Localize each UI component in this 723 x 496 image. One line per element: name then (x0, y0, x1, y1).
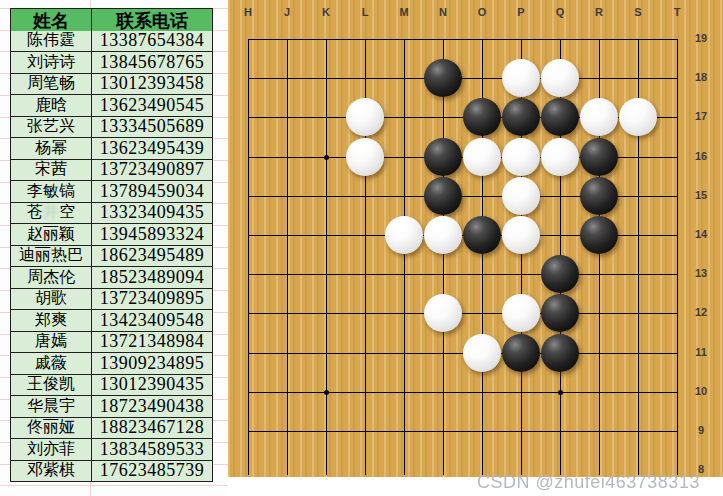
table-cell-name[interactable]: 宋茜 (11, 160, 91, 181)
row-label-12: 12 (689, 306, 713, 318)
table-cell-phone[interactable]: 18823467128 (92, 418, 212, 439)
star-point-K16 (324, 155, 329, 160)
table-cell-phone[interactable]: 13012390435 (92, 375, 212, 396)
table-cell-phone[interactable]: 13723490897 (92, 160, 212, 181)
table-cell-phone[interactable]: 18623495489 (92, 246, 212, 267)
table-cell-phone[interactable]: 13387654384 (92, 31, 212, 52)
censored-character: 井 (43, 203, 59, 224)
table-cell-phone[interactable]: 13334505689 (92, 117, 212, 138)
table-cell-name[interactable]: 周杰伦 (11, 267, 91, 288)
white-stone-N14 (424, 216, 462, 254)
board-grid-line (248, 39, 249, 475)
board-grid-line (443, 39, 444, 475)
table-cell-name[interactable]: 郑爽 (11, 310, 91, 331)
black-stone-R14 (580, 216, 618, 254)
column-label-K: K (315, 6, 337, 18)
board-grid-line (248, 274, 678, 275)
white-stone-R17 (580, 98, 618, 136)
table-cell-name[interactable]: 华晨宇 (11, 396, 91, 417)
table-cell-phone[interactable]: 13423409548 (92, 310, 212, 331)
row-label-11: 11 (689, 346, 713, 358)
sheet-gridline (0, 485, 228, 486)
table-cell-phone[interactable]: 13323409435 (92, 203, 212, 224)
table-cell-name[interactable]: 邓紫棋 (11, 461, 91, 482)
table-cell-name[interactable]: 杨幂 (11, 138, 91, 159)
table-cell-name[interactable]: 佟丽娅 (11, 418, 91, 439)
table-cell-phone[interactable]: 13723409895 (92, 289, 212, 310)
board-grid-line (248, 313, 678, 314)
table-cell-phone[interactable]: 13945893324 (92, 224, 212, 245)
board-grid-line (248, 392, 678, 393)
black-stone-N15 (424, 177, 462, 215)
black-stone-R16 (580, 138, 618, 176)
black-stone-P17 (502, 98, 540, 136)
table-cell-phone[interactable]: 13623495439 (92, 138, 212, 159)
black-stone-R15 (580, 177, 618, 215)
black-stone-O14 (463, 216, 501, 254)
contact-table: 姓名联系电话陈伟霆13387654384刘诗诗13845678765周笔畅130… (10, 8, 213, 482)
row-label-9: 9 (689, 424, 713, 436)
table-cell-phone[interactable]: 13012393458 (92, 74, 212, 95)
column-label-T: T (666, 6, 688, 18)
board-grid-line (326, 39, 327, 475)
table-cell-name[interactable]: 李敏镐 (11, 181, 91, 202)
white-stone-M14 (385, 216, 423, 254)
table-cell-name[interactable]: 张艺兴 (11, 117, 91, 138)
table-cell-name[interactable]: 苍井空 (11, 203, 91, 224)
header-cell-name[interactable]: 姓名 (11, 9, 91, 33)
table-cell-phone[interactable]: 13845678765 (92, 52, 212, 73)
table-cell-name[interactable]: 赵丽颖 (11, 224, 91, 245)
table-cell-name[interactable]: 王俊凯 (11, 375, 91, 396)
board-grid-line (287, 39, 288, 475)
table-cell-name[interactable]: 刘亦菲 (11, 439, 91, 460)
table-cell-name[interactable]: 胡歌 (11, 289, 91, 310)
white-stone-N12 (424, 294, 462, 332)
column-label-M: M (393, 6, 415, 18)
column-label-J: J (276, 6, 298, 18)
board-grid-line (677, 39, 678, 475)
row-label-18: 18 (689, 71, 713, 83)
row-label-15: 15 (689, 189, 713, 201)
table-cell-name[interactable]: 周笔畅 (11, 74, 91, 95)
table-cell-name[interactable]: 唐嫣 (11, 332, 91, 353)
column-label-P: P (510, 6, 532, 18)
black-stone-P11 (502, 334, 540, 372)
row-label-10: 10 (689, 385, 713, 397)
white-stone-L16 (346, 138, 384, 176)
column-label-O: O (471, 6, 493, 18)
row-label-16: 16 (689, 150, 713, 162)
white-stone-O16 (463, 138, 501, 176)
white-stone-P12 (502, 294, 540, 332)
star-point-Q10 (558, 390, 563, 395)
white-stone-L17 (346, 98, 384, 136)
white-stone-P18 (502, 59, 540, 97)
column-label-N: N (432, 6, 454, 18)
table-cell-phone[interactable]: 18523489094 (92, 267, 212, 288)
column-label-L: L (354, 6, 376, 18)
row-label-13: 13 (689, 267, 713, 279)
go-board: HJKLMNOPQRST1918171615141312111098 (228, 0, 723, 477)
star-point-K10 (324, 390, 329, 395)
white-stone-S17 (619, 98, 657, 136)
white-stone-O11 (463, 334, 501, 372)
black-stone-Q11 (541, 334, 579, 372)
table-cell-name[interactable]: 鹿晗 (11, 95, 91, 116)
row-label-14: 14 (689, 228, 713, 240)
black-stone-Q13 (541, 255, 579, 293)
table-cell-phone[interactable]: 17623485739 (92, 461, 212, 482)
white-stone-P16 (502, 138, 540, 176)
black-stone-Q17 (541, 98, 579, 136)
table-cell-phone[interactable]: 13909234895 (92, 353, 212, 374)
board-grid-line (248, 78, 678, 79)
black-stone-O17 (463, 98, 501, 136)
column-label-S: S (627, 6, 649, 18)
white-stone-Q18 (541, 59, 579, 97)
table-cell-phone[interactable]: 13834589533 (92, 439, 212, 460)
board-grid-line (404, 39, 405, 475)
row-label-19: 19 (689, 32, 713, 44)
black-stone-Q12 (541, 294, 579, 332)
board-grid-line (248, 39, 678, 40)
table-cell-phone[interactable]: 18723490438 (92, 396, 212, 417)
board-grid-line (248, 431, 678, 432)
table-cell-name[interactable]: 迪丽热巴 (11, 246, 91, 267)
white-stone-Q16 (541, 138, 579, 176)
table-cell-phone[interactable]: 13623490545 (92, 95, 212, 116)
column-label-H: H (237, 6, 259, 18)
table-cell-phone[interactable]: 13721348984 (92, 332, 212, 353)
row-label-17: 17 (689, 110, 713, 122)
white-stone-P15 (502, 177, 540, 215)
table-cell-phone[interactable]: 13789459034 (92, 181, 212, 202)
header-cell-phone[interactable]: 联系电话 (92, 9, 212, 33)
column-label-R: R (588, 6, 610, 18)
column-label-Q: Q (549, 6, 571, 18)
black-stone-N18 (424, 59, 462, 97)
white-stone-P14 (502, 216, 540, 254)
table-cell-name[interactable]: 陈伟霆 (11, 31, 91, 52)
table-cell-name[interactable]: 戚薇 (11, 353, 91, 374)
watermark: CSDN @zhufei463738313 (477, 472, 700, 493)
table-cell-name[interactable]: 刘诗诗 (11, 52, 91, 73)
black-stone-N16 (424, 138, 462, 176)
